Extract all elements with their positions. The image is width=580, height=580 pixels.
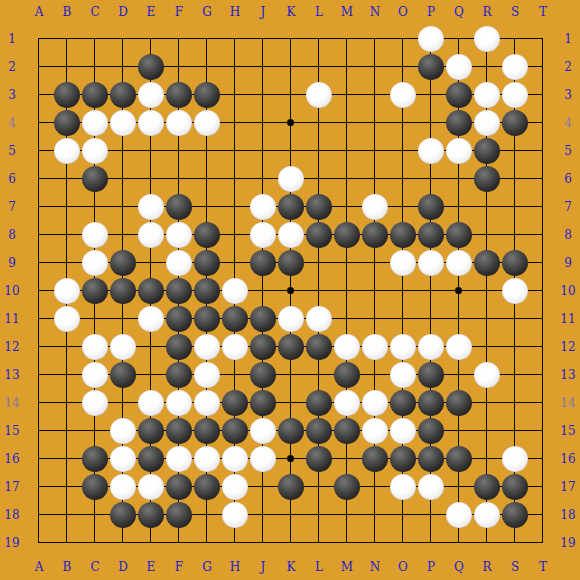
intersection-H7[interactable]	[221, 193, 249, 221]
intersection-Q17[interactable]	[445, 473, 473, 501]
intersection-N16[interactable]	[361, 445, 389, 473]
intersection-A9[interactable]	[25, 249, 53, 277]
intersection-F3[interactable]	[165, 81, 193, 109]
intersection-N8[interactable]	[361, 221, 389, 249]
intersection-Q5[interactable]	[445, 137, 473, 165]
intersection-M17[interactable]	[333, 473, 361, 501]
intersection-K17[interactable]	[277, 473, 305, 501]
intersection-F14[interactable]	[165, 389, 193, 417]
intersection-E2[interactable]	[137, 53, 165, 81]
intersection-D9[interactable]	[109, 249, 137, 277]
intersection-S5[interactable]	[501, 137, 529, 165]
intersection-F2[interactable]	[165, 53, 193, 81]
intersection-D19[interactable]	[109, 529, 137, 557]
intersection-M19[interactable]	[333, 529, 361, 557]
intersection-J15[interactable]	[249, 417, 277, 445]
intersection-K10[interactable]	[277, 277, 305, 305]
intersection-B12[interactable]	[53, 333, 81, 361]
intersection-S14[interactable]	[501, 389, 529, 417]
intersection-G14[interactable]	[193, 389, 221, 417]
intersection-A16[interactable]	[25, 445, 53, 473]
intersection-L18[interactable]	[305, 501, 333, 529]
intersection-F8[interactable]	[165, 221, 193, 249]
intersection-T4[interactable]	[529, 109, 557, 137]
intersection-K4[interactable]	[277, 109, 305, 137]
intersection-D5[interactable]	[109, 137, 137, 165]
intersection-H15[interactable]	[221, 417, 249, 445]
intersection-J18[interactable]	[249, 501, 277, 529]
intersection-D13[interactable]	[109, 361, 137, 389]
intersection-P17[interactable]	[417, 473, 445, 501]
intersection-T7[interactable]	[529, 193, 557, 221]
intersection-N2[interactable]	[361, 53, 389, 81]
intersection-D7[interactable]	[109, 193, 137, 221]
intersection-H11[interactable]	[221, 305, 249, 333]
intersection-E11[interactable]	[137, 305, 165, 333]
intersection-E10[interactable]	[137, 277, 165, 305]
intersection-B1[interactable]	[53, 25, 81, 53]
intersection-G6[interactable]	[193, 165, 221, 193]
intersection-M16[interactable]	[333, 445, 361, 473]
intersection-H9[interactable]	[221, 249, 249, 277]
intersection-H16[interactable]	[221, 445, 249, 473]
intersection-P19[interactable]	[417, 529, 445, 557]
intersection-K12[interactable]	[277, 333, 305, 361]
intersection-N15[interactable]	[361, 417, 389, 445]
intersection-J17[interactable]	[249, 473, 277, 501]
intersection-O8[interactable]	[389, 221, 417, 249]
intersection-G10[interactable]	[193, 277, 221, 305]
intersection-D12[interactable]	[109, 333, 137, 361]
intersection-N9[interactable]	[361, 249, 389, 277]
intersection-L7[interactable]	[305, 193, 333, 221]
intersection-H1[interactable]	[221, 25, 249, 53]
intersection-O6[interactable]	[389, 165, 417, 193]
intersection-D16[interactable]	[109, 445, 137, 473]
intersection-Q15[interactable]	[445, 417, 473, 445]
intersection-N11[interactable]	[361, 305, 389, 333]
intersection-G15[interactable]	[193, 417, 221, 445]
intersection-P10[interactable]	[417, 277, 445, 305]
intersection-G8[interactable]	[193, 221, 221, 249]
intersection-L13[interactable]	[305, 361, 333, 389]
intersection-A17[interactable]	[25, 473, 53, 501]
intersection-S10[interactable]	[501, 277, 529, 305]
intersection-C8[interactable]	[81, 221, 109, 249]
intersection-K14[interactable]	[277, 389, 305, 417]
intersection-J8[interactable]	[249, 221, 277, 249]
intersection-C10[interactable]	[81, 277, 109, 305]
intersection-L4[interactable]	[305, 109, 333, 137]
intersection-N14[interactable]	[361, 389, 389, 417]
intersection-D15[interactable]	[109, 417, 137, 445]
intersection-J5[interactable]	[249, 137, 277, 165]
intersection-H10[interactable]	[221, 277, 249, 305]
intersection-M3[interactable]	[333, 81, 361, 109]
intersection-H3[interactable]	[221, 81, 249, 109]
intersection-S11[interactable]	[501, 305, 529, 333]
intersection-Q16[interactable]	[445, 445, 473, 473]
intersection-A3[interactable]	[25, 81, 53, 109]
intersection-C19[interactable]	[81, 529, 109, 557]
intersection-F16[interactable]	[165, 445, 193, 473]
intersection-K15[interactable]	[277, 417, 305, 445]
intersection-R11[interactable]	[473, 305, 501, 333]
intersection-O12[interactable]	[389, 333, 417, 361]
intersection-A14[interactable]	[25, 389, 53, 417]
intersection-T18[interactable]	[529, 501, 557, 529]
intersection-B4[interactable]	[53, 109, 81, 137]
intersection-T3[interactable]	[529, 81, 557, 109]
intersection-T11[interactable]	[529, 305, 557, 333]
intersection-P4[interactable]	[417, 109, 445, 137]
intersection-D3[interactable]	[109, 81, 137, 109]
intersection-B8[interactable]	[53, 221, 81, 249]
intersection-R9[interactable]	[473, 249, 501, 277]
intersection-R7[interactable]	[473, 193, 501, 221]
intersection-N5[interactable]	[361, 137, 389, 165]
intersection-N6[interactable]	[361, 165, 389, 193]
intersection-N17[interactable]	[361, 473, 389, 501]
intersection-B7[interactable]	[53, 193, 81, 221]
intersection-E14[interactable]	[137, 389, 165, 417]
intersection-C18[interactable]	[81, 501, 109, 529]
intersection-K13[interactable]	[277, 361, 305, 389]
intersection-O3[interactable]	[389, 81, 417, 109]
intersection-G17[interactable]	[193, 473, 221, 501]
intersection-T10[interactable]	[529, 277, 557, 305]
intersection-C17[interactable]	[81, 473, 109, 501]
intersection-N4[interactable]	[361, 109, 389, 137]
intersection-G13[interactable]	[193, 361, 221, 389]
intersection-Q13[interactable]	[445, 361, 473, 389]
intersection-N3[interactable]	[361, 81, 389, 109]
intersection-Q9[interactable]	[445, 249, 473, 277]
intersection-C12[interactable]	[81, 333, 109, 361]
intersection-L19[interactable]	[305, 529, 333, 557]
intersection-L6[interactable]	[305, 165, 333, 193]
intersection-E6[interactable]	[137, 165, 165, 193]
intersection-Q4[interactable]	[445, 109, 473, 137]
intersection-J19[interactable]	[249, 529, 277, 557]
intersection-K1[interactable]	[277, 25, 305, 53]
intersection-C14[interactable]	[81, 389, 109, 417]
intersection-C6[interactable]	[81, 165, 109, 193]
intersection-P13[interactable]	[417, 361, 445, 389]
intersection-O17[interactable]	[389, 473, 417, 501]
intersection-L11[interactable]	[305, 305, 333, 333]
intersection-F17[interactable]	[165, 473, 193, 501]
intersection-K9[interactable]	[277, 249, 305, 277]
intersection-A19[interactable]	[25, 529, 53, 557]
intersection-Q18[interactable]	[445, 501, 473, 529]
intersection-F19[interactable]	[165, 529, 193, 557]
intersection-J14[interactable]	[249, 389, 277, 417]
intersection-L2[interactable]	[305, 53, 333, 81]
intersection-C16[interactable]	[81, 445, 109, 473]
intersection-T17[interactable]	[529, 473, 557, 501]
intersection-F15[interactable]	[165, 417, 193, 445]
intersection-L8[interactable]	[305, 221, 333, 249]
intersection-D18[interactable]	[109, 501, 137, 529]
intersection-T2[interactable]	[529, 53, 557, 81]
intersection-M12[interactable]	[333, 333, 361, 361]
intersection-B16[interactable]	[53, 445, 81, 473]
intersection-E15[interactable]	[137, 417, 165, 445]
intersection-N7[interactable]	[361, 193, 389, 221]
intersection-C1[interactable]	[81, 25, 109, 53]
intersection-P16[interactable]	[417, 445, 445, 473]
intersection-K2[interactable]	[277, 53, 305, 81]
intersection-Q14[interactable]	[445, 389, 473, 417]
intersection-T9[interactable]	[529, 249, 557, 277]
intersection-C11[interactable]	[81, 305, 109, 333]
intersection-D8[interactable]	[109, 221, 137, 249]
intersection-M14[interactable]	[333, 389, 361, 417]
intersection-Q8[interactable]	[445, 221, 473, 249]
intersection-R3[interactable]	[473, 81, 501, 109]
intersection-M1[interactable]	[333, 25, 361, 53]
intersection-L17[interactable]	[305, 473, 333, 501]
intersection-M4[interactable]	[333, 109, 361, 137]
intersection-L9[interactable]	[305, 249, 333, 277]
intersection-P6[interactable]	[417, 165, 445, 193]
intersection-M15[interactable]	[333, 417, 361, 445]
intersection-G12[interactable]	[193, 333, 221, 361]
intersection-B5[interactable]	[53, 137, 81, 165]
intersection-P1[interactable]	[417, 25, 445, 53]
intersection-O16[interactable]	[389, 445, 417, 473]
intersection-R1[interactable]	[473, 25, 501, 53]
intersection-J4[interactable]	[249, 109, 277, 137]
intersection-S13[interactable]	[501, 361, 529, 389]
intersection-M10[interactable]	[333, 277, 361, 305]
intersection-B17[interactable]	[53, 473, 81, 501]
intersection-C3[interactable]	[81, 81, 109, 109]
intersection-R6[interactable]	[473, 165, 501, 193]
intersection-O2[interactable]	[389, 53, 417, 81]
intersection-L12[interactable]	[305, 333, 333, 361]
intersection-D4[interactable]	[109, 109, 137, 137]
intersection-H14[interactable]	[221, 389, 249, 417]
intersection-C5[interactable]	[81, 137, 109, 165]
intersection-R13[interactable]	[473, 361, 501, 389]
intersection-T19[interactable]	[529, 529, 557, 557]
intersection-T13[interactable]	[529, 361, 557, 389]
intersection-G11[interactable]	[193, 305, 221, 333]
intersection-J6[interactable]	[249, 165, 277, 193]
intersection-S3[interactable]	[501, 81, 529, 109]
intersection-O4[interactable]	[389, 109, 417, 137]
intersection-B13[interactable]	[53, 361, 81, 389]
intersection-A15[interactable]	[25, 417, 53, 445]
intersection-S4[interactable]	[501, 109, 529, 137]
intersection-N12[interactable]	[361, 333, 389, 361]
intersection-S8[interactable]	[501, 221, 529, 249]
intersection-D6[interactable]	[109, 165, 137, 193]
intersection-P2[interactable]	[417, 53, 445, 81]
intersection-E9[interactable]	[137, 249, 165, 277]
intersection-J9[interactable]	[249, 249, 277, 277]
intersection-H18[interactable]	[221, 501, 249, 529]
intersection-R4[interactable]	[473, 109, 501, 137]
intersection-A8[interactable]	[25, 221, 53, 249]
intersection-Q3[interactable]	[445, 81, 473, 109]
intersection-M11[interactable]	[333, 305, 361, 333]
intersection-T12[interactable]	[529, 333, 557, 361]
intersection-C7[interactable]	[81, 193, 109, 221]
intersection-A11[interactable]	[25, 305, 53, 333]
intersection-A7[interactable]	[25, 193, 53, 221]
intersection-T8[interactable]	[529, 221, 557, 249]
intersection-H12[interactable]	[221, 333, 249, 361]
intersection-F13[interactable]	[165, 361, 193, 389]
intersection-H5[interactable]	[221, 137, 249, 165]
intersection-O7[interactable]	[389, 193, 417, 221]
intersection-S2[interactable]	[501, 53, 529, 81]
intersection-B6[interactable]	[53, 165, 81, 193]
intersection-O9[interactable]	[389, 249, 417, 277]
intersection-E1[interactable]	[137, 25, 165, 53]
intersection-G3[interactable]	[193, 81, 221, 109]
intersection-D17[interactable]	[109, 473, 137, 501]
intersection-R14[interactable]	[473, 389, 501, 417]
intersection-J2[interactable]	[249, 53, 277, 81]
intersection-C15[interactable]	[81, 417, 109, 445]
intersection-K6[interactable]	[277, 165, 305, 193]
intersection-T6[interactable]	[529, 165, 557, 193]
intersection-L10[interactable]	[305, 277, 333, 305]
intersection-B14[interactable]	[53, 389, 81, 417]
intersection-G19[interactable]	[193, 529, 221, 557]
intersection-M6[interactable]	[333, 165, 361, 193]
intersection-K7[interactable]	[277, 193, 305, 221]
intersection-R16[interactable]	[473, 445, 501, 473]
intersection-L5[interactable]	[305, 137, 333, 165]
intersection-O15[interactable]	[389, 417, 417, 445]
intersection-O19[interactable]	[389, 529, 417, 557]
intersection-E18[interactable]	[137, 501, 165, 529]
intersection-G7[interactable]	[193, 193, 221, 221]
intersection-R15[interactable]	[473, 417, 501, 445]
intersection-T16[interactable]	[529, 445, 557, 473]
intersection-S17[interactable]	[501, 473, 529, 501]
intersection-J12[interactable]	[249, 333, 277, 361]
intersection-D10[interactable]	[109, 277, 137, 305]
intersection-O10[interactable]	[389, 277, 417, 305]
intersection-P14[interactable]	[417, 389, 445, 417]
intersection-H6[interactable]	[221, 165, 249, 193]
intersection-S6[interactable]	[501, 165, 529, 193]
intersection-N1[interactable]	[361, 25, 389, 53]
intersection-D11[interactable]	[109, 305, 137, 333]
intersection-J1[interactable]	[249, 25, 277, 53]
intersection-P15[interactable]	[417, 417, 445, 445]
intersection-R8[interactable]	[473, 221, 501, 249]
intersection-R5[interactable]	[473, 137, 501, 165]
intersection-J11[interactable]	[249, 305, 277, 333]
intersection-R18[interactable]	[473, 501, 501, 529]
intersection-T15[interactable]	[529, 417, 557, 445]
intersection-G5[interactable]	[193, 137, 221, 165]
intersection-Q19[interactable]	[445, 529, 473, 557]
intersection-B15[interactable]	[53, 417, 81, 445]
intersection-Q6[interactable]	[445, 165, 473, 193]
intersection-Q1[interactable]	[445, 25, 473, 53]
intersection-H19[interactable]	[221, 529, 249, 557]
intersection-K18[interactable]	[277, 501, 305, 529]
intersection-M7[interactable]	[333, 193, 361, 221]
intersection-K11[interactable]	[277, 305, 305, 333]
intersection-F7[interactable]	[165, 193, 193, 221]
intersection-E8[interactable]	[137, 221, 165, 249]
intersection-N19[interactable]	[361, 529, 389, 557]
intersection-O13[interactable]	[389, 361, 417, 389]
intersection-J10[interactable]	[249, 277, 277, 305]
intersection-A6[interactable]	[25, 165, 53, 193]
intersection-F1[interactable]	[165, 25, 193, 53]
intersection-D2[interactable]	[109, 53, 137, 81]
intersection-T5[interactable]	[529, 137, 557, 165]
intersection-M5[interactable]	[333, 137, 361, 165]
intersection-K8[interactable]	[277, 221, 305, 249]
intersection-J16[interactable]	[249, 445, 277, 473]
intersection-M2[interactable]	[333, 53, 361, 81]
intersection-S19[interactable]	[501, 529, 529, 557]
intersection-F5[interactable]	[165, 137, 193, 165]
intersection-H2[interactable]	[221, 53, 249, 81]
intersection-E16[interactable]	[137, 445, 165, 473]
intersection-E19[interactable]	[137, 529, 165, 557]
intersection-E7[interactable]	[137, 193, 165, 221]
intersection-C13[interactable]	[81, 361, 109, 389]
intersection-K3[interactable]	[277, 81, 305, 109]
intersection-O1[interactable]	[389, 25, 417, 53]
intersection-K19[interactable]	[277, 529, 305, 557]
intersection-P7[interactable]	[417, 193, 445, 221]
intersection-G2[interactable]	[193, 53, 221, 81]
intersection-C9[interactable]	[81, 249, 109, 277]
intersection-R12[interactable]	[473, 333, 501, 361]
intersection-F10[interactable]	[165, 277, 193, 305]
intersection-E4[interactable]	[137, 109, 165, 137]
intersection-Q2[interactable]	[445, 53, 473, 81]
intersection-M18[interactable]	[333, 501, 361, 529]
intersection-E13[interactable]	[137, 361, 165, 389]
intersection-A18[interactable]	[25, 501, 53, 529]
intersection-S1[interactable]	[501, 25, 529, 53]
intersection-J13[interactable]	[249, 361, 277, 389]
intersection-S16[interactable]	[501, 445, 529, 473]
intersection-S9[interactable]	[501, 249, 529, 277]
intersection-R19[interactable]	[473, 529, 501, 557]
intersection-P18[interactable]	[417, 501, 445, 529]
intersection-O18[interactable]	[389, 501, 417, 529]
intersection-F12[interactable]	[165, 333, 193, 361]
intersection-B2[interactable]	[53, 53, 81, 81]
intersection-P3[interactable]	[417, 81, 445, 109]
intersection-B3[interactable]	[53, 81, 81, 109]
intersection-P5[interactable]	[417, 137, 445, 165]
intersection-E5[interactable]	[137, 137, 165, 165]
intersection-G4[interactable]	[193, 109, 221, 137]
intersection-G9[interactable]	[193, 249, 221, 277]
intersection-P9[interactable]	[417, 249, 445, 277]
intersection-N10[interactable]	[361, 277, 389, 305]
intersection-Q7[interactable]	[445, 193, 473, 221]
intersection-B10[interactable]	[53, 277, 81, 305]
intersection-F11[interactable]	[165, 305, 193, 333]
